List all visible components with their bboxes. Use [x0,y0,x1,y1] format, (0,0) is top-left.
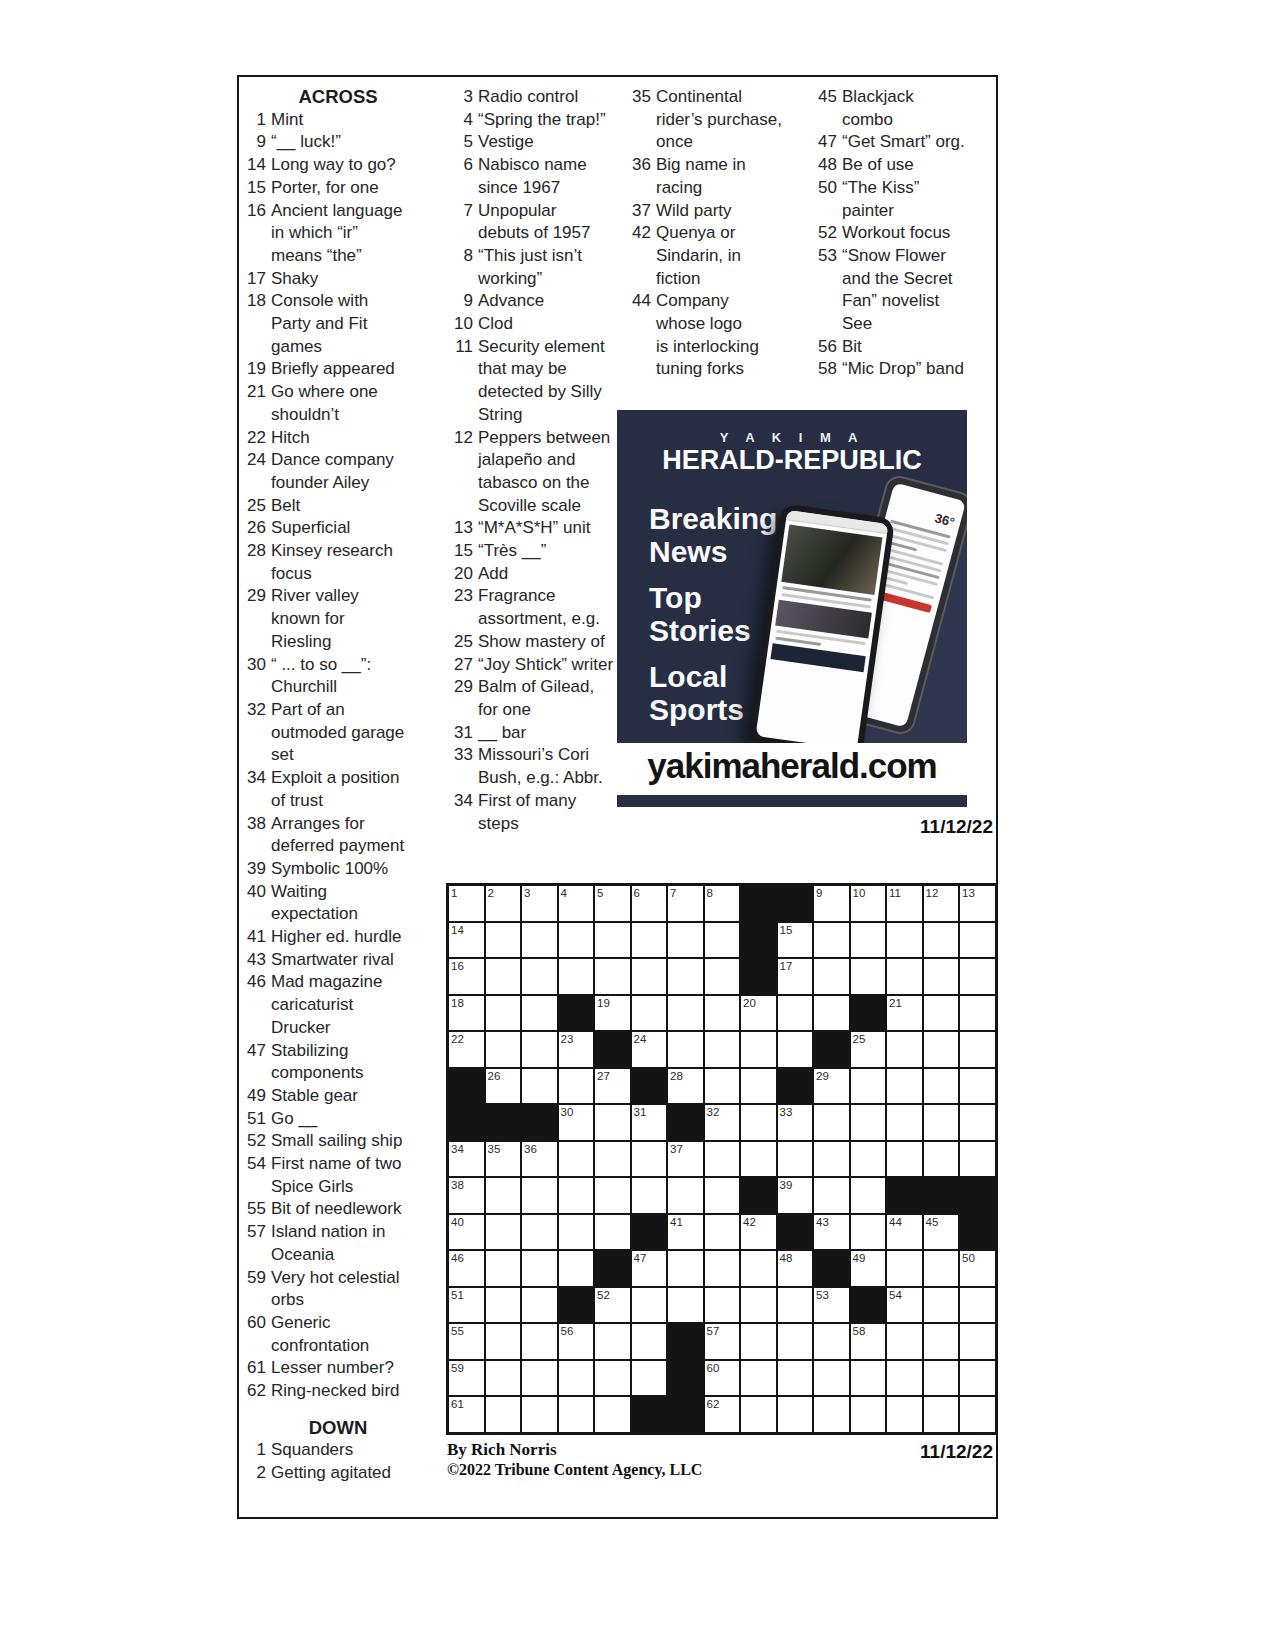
grid-cell[interactable] [632,1142,667,1177]
clue-item: 34Exploit a position of trust [245,767,431,812]
grid-cell[interactable]: 38 [449,1178,484,1213]
grid-cell[interactable] [741,1361,776,1396]
grid-cell[interactable]: 27 [595,1069,630,1104]
grid-cell[interactable] [851,1069,886,1104]
grid-cell[interactable]: 26 [486,1069,521,1104]
grid-cell[interactable]: 4 [559,886,594,921]
grid-cell[interactable] [522,1288,557,1323]
grid-cell[interactable] [486,1397,521,1432]
grid-cell[interactable] [960,1105,995,1140]
grid-cell[interactable] [559,1361,594,1396]
copyright: ©2022 Tribune Content Agency, LLC [447,1461,702,1479]
grid-cell[interactable] [486,996,521,1031]
grid-cell[interactable] [814,1397,849,1432]
grid-cell[interactable] [486,1178,521,1213]
clue-number: 47 [816,131,842,154]
grid-cell[interactable] [559,1178,594,1213]
grid-cell[interactable]: 53 [814,1288,849,1323]
clue-number: 19 [245,358,271,381]
grid-cell[interactable] [632,1178,667,1213]
cell-number: 3 [524,886,530,900]
clue-text: Generic confrontation [271,1312,431,1357]
clue-number: 44 [630,290,656,381]
grid-cell[interactable] [851,1142,886,1177]
grid-cell[interactable] [522,1361,557,1396]
grid-cell[interactable] [851,959,886,994]
grid-cell-black [632,1069,667,1104]
grid-cell[interactable] [887,1142,922,1177]
grid-cell[interactable] [924,1397,959,1432]
grid-cell[interactable] [960,959,995,994]
clue-text: “ ... to so __”: Churchill [271,654,431,699]
clue-text: “This just isn’t working” [478,245,630,290]
clue-item: 60Generic confrontation [245,1312,431,1357]
grid-cell[interactable] [668,1288,703,1323]
down-clue-list-2: 3Radio control4“Spring the trap!”5Vestig… [452,86,630,835]
grid-cell[interactable]: 28 [668,1069,703,1104]
clue-item: 18Console with Party and Fit games [245,290,431,358]
grid-cell[interactable] [668,1032,703,1067]
ad-brand-herald-republic: HERALD-REPUBLIC [617,445,967,476]
cell-number: 39 [780,1178,793,1192]
cell-number: 41 [670,1215,683,1229]
grid-cell[interactable] [924,996,959,1031]
grid-cell[interactable] [522,1215,557,1250]
grid-cell[interactable] [851,1361,886,1396]
grid-cell[interactable]: 36 [522,1142,557,1177]
grid-cell[interactable] [924,1069,959,1104]
grid-cell[interactable] [668,1178,703,1213]
grid-cell[interactable]: 47 [632,1251,667,1286]
clue-text: Security element that may be detected by… [478,336,630,427]
grid-cell[interactable]: 11 [887,886,922,921]
clue-number: 4 [452,109,478,132]
grid-cell[interactable] [632,923,667,958]
clue-number: 52 [245,1130,271,1153]
grid-cell[interactable] [705,1215,740,1250]
clue-text: Fragrance assortment, e.g. [478,585,630,630]
grid-cell[interactable] [960,1288,995,1323]
grid-cell[interactable] [595,1142,630,1177]
grid-cell-black [960,1178,995,1213]
grid-cell[interactable]: 15 [778,923,813,958]
clue-number: 46 [245,971,271,1039]
grid-cell[interactable] [887,1105,922,1140]
grid-cell[interactable] [486,959,521,994]
clue-number: 34 [452,790,478,835]
grid-cell[interactable] [522,1178,557,1213]
grid-cell[interactable]: 49 [851,1251,886,1286]
grid-cell[interactable] [887,1069,922,1104]
grid-cell[interactable]: 52 [595,1288,630,1323]
grid-cell[interactable] [778,1397,813,1432]
grid-cell[interactable] [778,1142,813,1177]
grid-cell[interactable] [522,1251,557,1286]
grid-cell[interactable] [887,959,922,994]
grid-cell[interactable] [595,1361,630,1396]
clue-number: 29 [452,676,478,721]
grid-cell[interactable]: 57 [705,1324,740,1359]
clue-text: “Mic Drop” band [842,358,992,381]
grid-cell[interactable] [595,959,630,994]
clue-item: 52Workout focus [816,222,992,245]
clue-text: Wild party [656,200,808,223]
grid-cell[interactable] [668,959,703,994]
grid-cell[interactable] [960,1324,995,1359]
clue-item: 25Show mastery of [452,631,630,654]
grid-cell[interactable]: 23 [559,1032,594,1067]
grid-cell[interactable]: 19 [595,996,630,1031]
grid-cell[interactable]: 9 [814,886,849,921]
grid-cell[interactable] [741,1032,776,1067]
clue-item: 31__ bar [452,722,630,745]
clue-text: Missouri’s Cori Bush, e.g.: Abbr. [478,744,630,789]
phone-news-photo [781,524,882,595]
clue-column-4: 45Blackjack combo47“Get Smart” org.48Be … [816,86,992,381]
grid-cell[interactable] [814,1142,849,1177]
clue-text: Exploit a position of trust [271,767,431,812]
cell-number: 6 [634,886,640,900]
cell-number: 14 [451,923,464,937]
clue-text: Big name in racing [656,154,808,199]
clue-text: Bit of needlework [271,1198,431,1221]
clue-item: 61Lesser number? [245,1357,431,1380]
grid-cell[interactable] [960,1069,995,1104]
grid-cell[interactable] [960,923,995,958]
grid-cell[interactable]: 41 [668,1215,703,1250]
grid-cell[interactable] [486,1324,521,1359]
cell-number: 44 [889,1215,902,1229]
grid-cell[interactable] [851,1397,886,1432]
clue-text: __ bar [478,722,630,745]
grid-cell[interactable] [595,1324,630,1359]
grid-cell[interactable] [851,1105,886,1140]
grid-cell[interactable]: 18 [449,996,484,1031]
clue-item: 10Clod [452,313,630,336]
grid-cell[interactable] [486,923,521,958]
grid-cell[interactable] [705,923,740,958]
clue-item: 47“Get Smart” org. [816,131,992,154]
grid-cell[interactable] [960,1142,995,1177]
clue-item: 56Bit [816,336,992,359]
grid-cell[interactable] [924,1032,959,1067]
grid-cell[interactable]: 58 [851,1324,886,1359]
cell-number: 26 [488,1069,501,1083]
grid-cell[interactable] [778,996,813,1031]
grid-cell[interactable]: 34 [449,1142,484,1177]
grid-cell-black [778,1069,813,1104]
grid-cell-black [887,1178,922,1213]
grid-cell[interactable]: 55 [449,1324,484,1359]
grid-cell[interactable]: 45 [924,1215,959,1250]
grid-cell[interactable] [705,996,740,1031]
clue-number: 52 [816,222,842,245]
grid-cell[interactable] [668,996,703,1031]
grid-cell[interactable]: 30 [559,1105,594,1140]
grid-cell[interactable]: 8 [705,886,740,921]
grid-cell[interactable] [741,1324,776,1359]
grid-cell-black [668,1361,703,1396]
grid-cell[interactable]: 44 [887,1215,922,1250]
grid-cell[interactable] [559,1397,594,1432]
cell-number: 49 [853,1251,866,1265]
grid-cell[interactable] [522,1324,557,1359]
clue-item: 46Mad magazine caricaturist Drucker [245,971,431,1039]
clue-item: 4“Spring the trap!” [452,109,630,132]
grid-cell[interactable] [778,1361,813,1396]
clue-item: 49Stable gear [245,1085,431,1108]
grid-cell[interactable] [814,996,849,1031]
clue-number: 25 [452,631,478,654]
grid-cell[interactable] [522,1069,557,1104]
clue-number: 33 [452,744,478,789]
grid-cell[interactable]: 7 [668,886,703,921]
grid-cell[interactable] [851,1215,886,1250]
grid-cell[interactable] [632,1288,667,1323]
clue-number: 9 [452,290,478,313]
grid-cell[interactable]: 56 [559,1324,594,1359]
grid-cell[interactable] [595,1178,630,1213]
clue-number: 11 [452,336,478,427]
grid-cell[interactable]: 20 [741,996,776,1031]
grid-cell[interactable] [668,1251,703,1286]
clue-text: Hitch [271,427,431,450]
grid-cell[interactable]: 43 [814,1215,849,1250]
grid-cell[interactable] [559,923,594,958]
grid-cell[interactable]: 5 [595,886,630,921]
grid-cell[interactable] [559,959,594,994]
grid-cell[interactable]: 51 [449,1288,484,1323]
grid-cell[interactable] [887,1397,922,1432]
grid-cell[interactable] [960,1397,995,1432]
grid-cell[interactable] [741,1397,776,1432]
clue-item: 27“Joy Shtick” writer [452,654,630,677]
grid-cell[interactable] [960,1032,995,1067]
grid-cell[interactable] [705,1142,740,1177]
grid-cell[interactable] [851,923,886,958]
grid-cell[interactable] [705,1288,740,1323]
clue-number: 59 [245,1267,271,1312]
clue-item: 9Advance [452,290,630,313]
grid-cell[interactable] [486,1032,521,1067]
grid-cell[interactable] [705,1178,740,1213]
cell-number: 46 [451,1251,464,1265]
grid-cell[interactable]: 37 [668,1142,703,1177]
phone-temperature: 36° [886,482,966,533]
grid-cell[interactable] [887,1324,922,1359]
grid-cell[interactable]: 46 [449,1251,484,1286]
clue-text: Console with Party and Fit games [271,290,431,358]
clue-text: Briefly appeared [271,358,431,381]
clue-text: Island nation in Oceania [271,1221,431,1266]
grid-cell[interactable]: 50 [960,1251,995,1286]
grid-cell[interactable] [741,1142,776,1177]
clue-item: 50“The Kiss” painter [816,177,992,222]
clue-item: 25Belt [245,495,431,518]
grid-cell[interactable]: 48 [778,1251,813,1286]
cell-number: 61 [451,1397,464,1411]
grid-cell[interactable]: 31 [632,1105,667,1140]
grid-cell[interactable]: 1 [449,886,484,921]
grid-cell[interactable] [522,996,557,1031]
grid-cell[interactable] [887,1361,922,1396]
grid-cell[interactable] [705,1069,740,1104]
divider-bar [617,795,967,807]
clue-text: Squanders [271,1439,431,1462]
clue-text: Waiting expectation [271,881,431,926]
grid-cell[interactable]: 3 [522,886,557,921]
clue-number: 45 [816,86,842,131]
grid-cell[interactable] [814,1178,849,1213]
grid-cell[interactable] [887,1251,922,1286]
grid-cell[interactable]: 54 [887,1288,922,1323]
grid-cell[interactable] [778,1324,813,1359]
grid-cell[interactable] [741,1251,776,1286]
grid-cell[interactable] [559,1142,594,1177]
grid-cell[interactable]: 29 [814,1069,849,1104]
grid-cell[interactable] [741,1288,776,1323]
grid-cell[interactable]: 13 [960,886,995,921]
grid-cell[interactable]: 42 [741,1215,776,1250]
clue-text: “Très __” [478,540,630,563]
grid-cell[interactable]: 62 [705,1397,740,1432]
grid-cell-black [595,1032,630,1067]
grid-cell[interactable] [960,996,995,1031]
clue-number: 10 [452,313,478,336]
grid-cell[interactable]: 14 [449,923,484,958]
clue-text: Smartwater rival [271,949,431,972]
grid-cell[interactable] [778,1288,813,1323]
clue-text: Radio control [478,86,630,109]
grid-cell[interactable] [705,959,740,994]
grid-cell-black [449,1069,484,1104]
grid-cell[interactable] [486,1361,521,1396]
grid-cell[interactable]: 10 [851,886,886,921]
grid-cell[interactable] [595,1397,630,1432]
grid-cell[interactable]: 22 [449,1032,484,1067]
grid-cell[interactable]: 61 [449,1397,484,1432]
grid-cell[interactable]: 39 [778,1178,813,1213]
clue-text: Small sailing ship [271,1130,431,1153]
grid-cell[interactable]: 35 [486,1142,521,1177]
clue-text: Superficial [271,517,431,540]
grid-cell[interactable] [668,923,703,958]
clue-item: 23Fragrance assortment, e.g. [452,585,630,630]
grid-cell[interactable] [924,1324,959,1359]
grid-cell[interactable] [814,923,849,958]
clue-number: 15 [245,177,271,200]
grid-cell[interactable]: 21 [887,996,922,1031]
grid-cell[interactable] [814,959,849,994]
grid-cell[interactable]: 12 [924,886,959,921]
grid-cell[interactable] [486,1251,521,1286]
grid-cell[interactable] [887,1032,922,1067]
clue-item: 13“M*A*S*H” unit [452,517,630,540]
grid-cell-black [632,1397,667,1432]
grid-cell[interactable] [924,923,959,958]
clue-text: Workout focus [842,222,992,245]
grid-cell[interactable] [595,1105,630,1140]
grid-cell[interactable] [632,996,667,1031]
cell-number: 27 [597,1069,610,1083]
grid-cell[interactable] [924,1251,959,1286]
grid-cell[interactable] [924,1142,959,1177]
grid-cell[interactable] [705,1251,740,1286]
grid-cell[interactable]: 60 [705,1361,740,1396]
cell-number: 22 [451,1032,464,1046]
grid-cell[interactable]: 32 [705,1105,740,1140]
grid-cell[interactable] [559,1251,594,1286]
grid-cell[interactable] [741,1069,776,1104]
grid-cell[interactable] [632,1361,667,1396]
grid-cell[interactable] [522,1397,557,1432]
grid-cell[interactable]: 40 [449,1215,484,1250]
clue-number: 53 [816,245,842,336]
grid-cell[interactable]: 24 [632,1032,667,1067]
clue-number: 37 [630,200,656,223]
grid-cell[interactable] [632,959,667,994]
grid-cell[interactable] [486,1215,521,1250]
clue-text: Vestige [478,131,630,154]
grid-cell[interactable] [778,1032,813,1067]
grid-cell[interactable] [559,1215,594,1250]
clue-number: 32 [245,699,271,767]
grid-cell[interactable] [632,1324,667,1359]
grid-cell[interactable]: 59 [449,1361,484,1396]
grid-cell[interactable] [522,959,557,994]
clue-item: 39Symbolic 100% [245,858,431,881]
clue-number: 1 [245,1439,271,1462]
grid-cell[interactable]: 16 [449,959,484,994]
clue-number: 13 [452,517,478,540]
clue-text: Part of an outmoded garage set [271,699,431,767]
grid-cell[interactable]: 6 [632,886,667,921]
clue-item: 11Security element that may be detected … [452,336,630,427]
grid-cell[interactable]: 25 [851,1032,886,1067]
grid-cell[interactable] [814,1361,849,1396]
grid-cell[interactable] [522,923,557,958]
grid-cell[interactable] [595,923,630,958]
grid-cell[interactable] [486,1288,521,1323]
grid-cell[interactable] [559,1069,594,1104]
cell-number: 51 [451,1288,464,1302]
grid-cell[interactable] [924,959,959,994]
grid-cell[interactable] [924,1361,959,1396]
grid-cell[interactable] [851,1178,886,1213]
grid-cell[interactable] [924,1105,959,1140]
clue-text: Advance [478,290,630,313]
grid-cell[interactable]: 17 [778,959,813,994]
crossword-grid: 1234567891011121314151617181920212223242… [446,883,998,1435]
grid-cell[interactable] [887,923,922,958]
grid-cell[interactable]: 2 [486,886,521,921]
grid-cell[interactable]: 33 [778,1105,813,1140]
clue-number: 27 [452,654,478,677]
grid-cell[interactable] [814,1105,849,1140]
grid-cell[interactable] [960,1361,995,1396]
grid-cell[interactable] [741,1105,776,1140]
grid-cell[interactable] [924,1288,959,1323]
grid-cell[interactable] [595,1215,630,1250]
grid-cell[interactable] [522,1032,557,1067]
clue-number: 47 [245,1040,271,1085]
grid-cell-black [595,1251,630,1286]
clue-item: 57Island nation in Oceania [245,1221,431,1266]
grid-cell[interactable] [705,1032,740,1067]
website-link[interactable]: yakimaherald.com [617,746,967,786]
grid-cell-black [741,923,776,958]
grid-cell[interactable] [814,1324,849,1359]
